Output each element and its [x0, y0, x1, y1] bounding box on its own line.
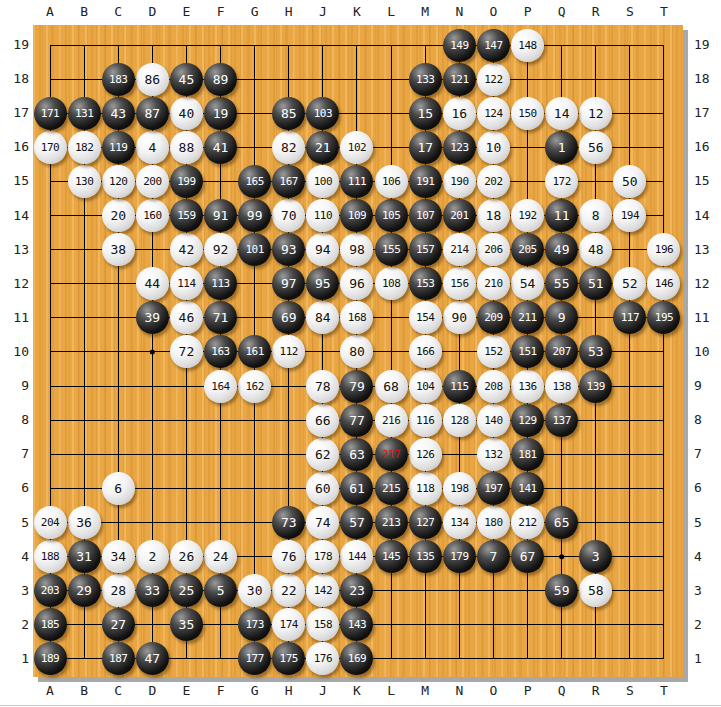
row-label-14: 14: [694, 209, 720, 223]
stone-m7[interactable]: 126: [409, 438, 442, 471]
row-label-17: 17: [3, 106, 29, 120]
stone-m9[interactable]: 104: [409, 370, 442, 403]
stone-d18[interactable]: 86: [136, 63, 169, 96]
stone-a1[interactable]: 189: [34, 642, 67, 675]
stone-a3[interactable]: 203: [34, 574, 67, 607]
stone-q5[interactable]: 65: [545, 506, 578, 539]
stone-o4[interactable]: 7: [477, 540, 510, 573]
stone-c6[interactable]: 6: [102, 472, 135, 505]
stone-p7[interactable]: 181: [511, 438, 544, 471]
star-point-d10: [150, 349, 155, 354]
star-point-q4: [559, 554, 564, 559]
column-label-a: A: [38, 5, 62, 19]
stone-f17[interactable]: 19: [204, 97, 237, 130]
row-label-8: 8: [694, 413, 720, 427]
stone-a17[interactable]: 171: [34, 97, 67, 130]
stone-p17[interactable]: 150: [511, 97, 544, 130]
column-label-p: P: [516, 684, 540, 698]
stone-n13[interactable]: 214: [443, 233, 476, 266]
stone-k9[interactable]: 79: [340, 370, 373, 403]
stone-p4[interactable]: 67: [511, 540, 544, 573]
column-label-k: K: [345, 684, 369, 698]
stone-e18[interactable]: 45: [170, 63, 203, 96]
column-label-l: L: [379, 5, 403, 19]
row-label-14: 14: [3, 209, 29, 223]
stone-b16[interactable]: 182: [68, 131, 101, 164]
stone-f18[interactable]: 89: [204, 63, 237, 96]
stone-q14[interactable]: 11: [545, 199, 578, 232]
stone-m6[interactable]: 118: [409, 472, 442, 505]
stone-l14[interactable]: 105: [375, 199, 408, 232]
column-label-b: B: [72, 5, 96, 19]
stone-h17[interactable]: 85: [272, 97, 305, 130]
stone-o6[interactable]: 197: [477, 472, 510, 505]
stone-c13[interactable]: 38: [102, 233, 135, 266]
stone-m17[interactable]: 15: [409, 97, 442, 130]
stone-l5[interactable]: 213: [375, 506, 408, 539]
stone-c17[interactable]: 43: [102, 97, 135, 130]
column-label-a: A: [38, 684, 62, 698]
stone-o14[interactable]: 18: [477, 199, 510, 232]
stone-m14[interactable]: 107: [409, 199, 442, 232]
stone-e12[interactable]: 114: [170, 267, 203, 300]
stone-a16[interactable]: 170: [34, 131, 67, 164]
row-label-11: 11: [694, 311, 720, 325]
row-label-5: 5: [3, 516, 29, 530]
column-label-o: O: [481, 5, 505, 19]
stone-r16[interactable]: 56: [579, 131, 612, 164]
stone-l4[interactable]: 145: [375, 540, 408, 573]
stone-b4[interactable]: 31: [68, 540, 101, 573]
row-label-7: 7: [3, 447, 29, 461]
stone-l9[interactable]: 68: [375, 370, 408, 403]
stone-p8[interactable]: 129: [511, 404, 544, 437]
stone-e15[interactable]: 199: [170, 165, 203, 198]
stone-f14[interactable]: 91: [204, 199, 237, 232]
column-label-e: E: [174, 5, 198, 19]
stone-b3[interactable]: 29: [68, 574, 101, 607]
column-label-c: C: [106, 5, 130, 19]
row-label-10: 10: [694, 345, 720, 359]
stone-d14[interactable]: 160: [136, 199, 169, 232]
column-label-f: F: [209, 684, 233, 698]
column-label-m: M: [413, 684, 437, 698]
stone-o16[interactable]: 10: [477, 131, 510, 164]
stone-g9[interactable]: 162: [238, 370, 271, 403]
column-label-t: T: [652, 684, 676, 698]
stone-c18[interactable]: 183: [102, 63, 135, 96]
row-label-5: 5: [694, 516, 720, 530]
stone-o13[interactable]: 206: [477, 233, 510, 266]
row-label-10: 10: [3, 345, 29, 359]
row-label-4: 4: [3, 550, 29, 564]
stone-p19[interactable]: 148: [511, 29, 544, 62]
stone-o19[interactable]: 147: [477, 29, 510, 62]
stone-q9[interactable]: 138: [545, 370, 578, 403]
stone-n12[interactable]: 156: [443, 267, 476, 300]
stone-m13[interactable]: 157: [409, 233, 442, 266]
column-label-g: G: [243, 684, 267, 698]
stone-p9[interactable]: 136: [511, 370, 544, 403]
stone-l7[interactable]: 217: [375, 438, 408, 471]
row-label-19: 19: [694, 38, 720, 52]
stone-c4[interactable]: 34: [102, 540, 135, 573]
stone-m18[interactable]: 133: [409, 63, 442, 96]
stone-o8[interactable]: 140: [477, 404, 510, 437]
row-label-8: 8: [3, 413, 29, 427]
stone-f9[interactable]: 164: [204, 370, 237, 403]
column-label-s: S: [618, 684, 642, 698]
row-label-12: 12: [694, 277, 720, 291]
row-label-13: 13: [694, 243, 720, 257]
column-label-r: R: [584, 5, 608, 19]
stone-o12[interactable]: 210: [477, 267, 510, 300]
stone-n16[interactable]: 123: [443, 131, 476, 164]
row-label-2: 2: [694, 618, 720, 632]
stone-q8[interactable]: 137: [545, 404, 578, 437]
stone-n17[interactable]: 16: [443, 97, 476, 130]
stone-m15[interactable]: 191: [409, 165, 442, 198]
stone-c3[interactable]: 28: [102, 574, 135, 607]
column-label-s: S: [618, 5, 642, 19]
stone-l12[interactable]: 108: [375, 267, 408, 300]
row-label-11: 11: [3, 311, 29, 325]
stone-q15[interactable]: 172: [545, 165, 578, 198]
stone-k8[interactable]: 77: [340, 404, 373, 437]
row-label-2: 2: [3, 618, 29, 632]
stone-n6[interactable]: 198: [443, 472, 476, 505]
stone-n19[interactable]: 149: [443, 29, 476, 62]
row-label-12: 12: [3, 277, 29, 291]
stone-p5[interactable]: 212: [511, 506, 544, 539]
stone-o7[interactable]: 132: [477, 438, 510, 471]
row-label-6: 6: [694, 481, 720, 495]
column-label-t: T: [652, 5, 676, 19]
window-bottom-edge: [0, 705, 721, 706]
column-label-q: Q: [550, 5, 574, 19]
column-label-d: D: [140, 684, 164, 698]
stone-c16[interactable]: 119: [102, 131, 135, 164]
stone-l15[interactable]: 106: [375, 165, 408, 198]
stone-l13[interactable]: 155: [375, 233, 408, 266]
stone-n15[interactable]: 190: [443, 165, 476, 198]
stone-h16[interactable]: 82: [272, 131, 305, 164]
row-label-15: 15: [3, 174, 29, 188]
stone-e4[interactable]: 26: [170, 540, 203, 573]
row-label-18: 18: [3, 72, 29, 86]
stone-m16[interactable]: 17: [409, 131, 442, 164]
stone-l6[interactable]: 215: [375, 472, 408, 505]
column-label-g: G: [243, 5, 267, 19]
row-label-9: 9: [694, 379, 720, 393]
row-label-16: 16: [3, 140, 29, 154]
stone-d15[interactable]: 200: [136, 165, 169, 198]
row-label-3: 3: [3, 584, 29, 598]
column-label-c: C: [106, 684, 130, 698]
row-label-3: 3: [694, 584, 720, 598]
stone-l8[interactable]: 216: [375, 404, 408, 437]
stone-d12[interactable]: 44: [136, 267, 169, 300]
stone-b15[interactable]: 130: [68, 165, 101, 198]
row-label-15: 15: [694, 174, 720, 188]
stone-j9[interactable]: 78: [306, 370, 339, 403]
stone-d4[interactable]: 2: [136, 540, 169, 573]
stone-m11[interactable]: 154: [409, 301, 442, 334]
stone-b5[interactable]: 36: [68, 506, 101, 539]
column-label-d: D: [140, 5, 164, 19]
stone-a2[interactable]: 185: [34, 608, 67, 641]
row-label-19: 19: [3, 38, 29, 52]
column-label-k: K: [345, 5, 369, 19]
stone-f16[interactable]: 41: [204, 131, 237, 164]
row-label-18: 18: [694, 72, 720, 86]
stone-n18[interactable]: 121: [443, 63, 476, 96]
stone-a4[interactable]: 188: [34, 540, 67, 573]
stone-j7[interactable]: 62: [306, 438, 339, 471]
stone-n14[interactable]: 201: [443, 199, 476, 232]
stone-c2[interactable]: 27: [102, 608, 135, 641]
row-label-4: 4: [694, 550, 720, 564]
stone-h15[interactable]: 167: [272, 165, 305, 198]
stone-o17[interactable]: 124: [477, 97, 510, 130]
stone-a5[interactable]: 204: [34, 506, 67, 539]
stone-e3[interactable]: 25: [170, 574, 203, 607]
stone-r9[interactable]: 139: [579, 370, 612, 403]
column-label-p: P: [516, 5, 540, 19]
stone-g14[interactable]: 99: [238, 199, 271, 232]
stone-n8[interactable]: 128: [443, 404, 476, 437]
stone-d17[interactable]: 87: [136, 97, 169, 130]
row-label-1: 1: [3, 652, 29, 666]
column-label-l: L: [379, 684, 403, 698]
stone-e17[interactable]: 40: [170, 97, 203, 130]
go-diagram-screen: ABCDEFGHJKLMNOPQRST ABCDEFGHJKLMNOPQRST …: [0, 0, 721, 707]
stone-m5[interactable]: 127: [409, 506, 442, 539]
row-label-6: 6: [3, 481, 29, 495]
stone-d3[interactable]: 33: [136, 574, 169, 607]
stone-j17[interactable]: 103: [306, 97, 339, 130]
stone-b17[interactable]: 131: [68, 97, 101, 130]
stone-e14[interactable]: 159: [170, 199, 203, 232]
stone-e13[interactable]: 42: [170, 233, 203, 266]
stone-p14[interactable]: 192: [511, 199, 544, 232]
stone-j8[interactable]: 66: [306, 404, 339, 437]
column-label-e: E: [174, 684, 198, 698]
stone-m10[interactable]: 166: [409, 335, 442, 368]
stone-j16[interactable]: 21: [306, 131, 339, 164]
column-label-j: J: [311, 5, 335, 19]
stone-o5[interactable]: 180: [477, 506, 510, 539]
stone-o18[interactable]: 122: [477, 63, 510, 96]
stone-n9[interactable]: 115: [443, 370, 476, 403]
stone-q17[interactable]: 14: [545, 97, 578, 130]
column-label-r: R: [584, 684, 608, 698]
column-label-o: O: [481, 684, 505, 698]
stone-r17[interactable]: 12: [579, 97, 612, 130]
column-label-m: M: [413, 5, 437, 19]
stone-e16[interactable]: 88: [170, 131, 203, 164]
column-label-q: Q: [550, 684, 574, 698]
stone-q16[interactable]: 1: [545, 131, 578, 164]
column-label-n: N: [447, 5, 471, 19]
stone-d11[interactable]: 39: [136, 301, 169, 334]
stone-o9[interactable]: 208: [477, 370, 510, 403]
stone-m8[interactable]: 116: [409, 404, 442, 437]
column-label-n: N: [447, 684, 471, 698]
column-label-f: F: [209, 5, 233, 19]
row-label-1: 1: [694, 652, 720, 666]
stone-f13[interactable]: 92: [204, 233, 237, 266]
column-label-j: J: [311, 684, 335, 698]
column-label-h: H: [277, 684, 301, 698]
column-label-h: H: [277, 5, 301, 19]
stone-p6[interactable]: 141: [511, 472, 544, 505]
stone-c1[interactable]: 187: [102, 642, 135, 675]
row-label-17: 17: [694, 106, 720, 120]
stone-n11[interactable]: 90: [443, 301, 476, 334]
column-label-b: B: [72, 684, 96, 698]
stone-d16[interactable]: 4: [136, 131, 169, 164]
stone-n4[interactable]: 179: [443, 540, 476, 573]
stone-c14[interactable]: 20: [102, 199, 135, 232]
stone-m4[interactable]: 135: [409, 540, 442, 573]
row-label-7: 7: [694, 447, 720, 461]
row-label-9: 9: [3, 379, 29, 393]
stone-c15[interactable]: 120: [102, 165, 135, 198]
row-label-16: 16: [694, 140, 720, 154]
stone-m12[interactable]: 153: [409, 267, 442, 300]
stone-n5[interactable]: 134: [443, 506, 476, 539]
row-label-13: 13: [3, 243, 29, 257]
stone-g15[interactable]: 165: [238, 165, 271, 198]
stone-f4[interactable]: 24: [204, 540, 237, 573]
stone-p13[interactable]: 205: [511, 233, 544, 266]
stone-o15[interactable]: 202: [477, 165, 510, 198]
